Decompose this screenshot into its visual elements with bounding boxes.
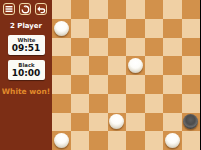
board-square[interactable] bbox=[182, 94, 201, 113]
black-clock-time: 10:00 bbox=[8, 68, 45, 78]
board-square[interactable] bbox=[182, 56, 201, 75]
white-piece[interactable] bbox=[54, 21, 69, 36]
white-clock: White 09:51 bbox=[8, 35, 45, 55]
menu-button[interactable] bbox=[3, 3, 15, 15]
board-square[interactable] bbox=[126, 131, 145, 150]
board-square[interactable] bbox=[126, 56, 145, 75]
board-square[interactable] bbox=[126, 38, 145, 57]
board-square[interactable] bbox=[163, 94, 182, 113]
board-square[interactable] bbox=[71, 38, 90, 57]
board-square[interactable] bbox=[145, 131, 164, 150]
board-square[interactable] bbox=[108, 56, 127, 75]
board-square[interactable] bbox=[145, 19, 164, 38]
white-piece[interactable] bbox=[54, 133, 69, 148]
board-square[interactable] bbox=[182, 113, 201, 132]
board-square[interactable] bbox=[182, 38, 201, 57]
board-square[interactable] bbox=[126, 94, 145, 113]
board-square[interactable] bbox=[89, 131, 108, 150]
board-square[interactable] bbox=[71, 113, 90, 132]
board-square[interactable] bbox=[108, 0, 127, 19]
board-square[interactable] bbox=[163, 19, 182, 38]
board-square[interactable] bbox=[145, 0, 164, 19]
board-square[interactable] bbox=[182, 75, 201, 94]
board-square[interactable] bbox=[182, 0, 201, 19]
black-clock: Black 10:00 bbox=[8, 60, 45, 80]
undo-icon bbox=[37, 5, 46, 14]
board-square[interactable] bbox=[71, 75, 90, 94]
board-square[interactable] bbox=[182, 131, 201, 150]
board-square[interactable] bbox=[145, 75, 164, 94]
board-square[interactable] bbox=[52, 131, 71, 150]
board-square[interactable] bbox=[108, 19, 127, 38]
board-square[interactable] bbox=[71, 0, 90, 19]
white-clock-label: White bbox=[9, 36, 42, 42]
board-square[interactable] bbox=[108, 94, 127, 113]
board-square[interactable] bbox=[163, 75, 182, 94]
menu-icon bbox=[5, 5, 13, 13]
board-square[interactable] bbox=[52, 38, 71, 57]
board-square[interactable] bbox=[52, 56, 71, 75]
board-square[interactable] bbox=[89, 0, 108, 19]
board-square[interactable] bbox=[52, 94, 71, 113]
board-square[interactable] bbox=[145, 38, 164, 57]
checkers-app: 2 Player White 09:51 Black 10:00 White w… bbox=[0, 0, 200, 150]
board-square[interactable] bbox=[71, 19, 90, 38]
undo-button[interactable] bbox=[35, 3, 47, 15]
white-clock-time: 09:51 bbox=[8, 43, 45, 53]
board-square[interactable] bbox=[163, 56, 182, 75]
board-square[interactable] bbox=[71, 56, 90, 75]
board-square[interactable] bbox=[163, 38, 182, 57]
board-square[interactable] bbox=[145, 113, 164, 132]
board-square[interactable] bbox=[89, 56, 108, 75]
black-clock-label: Black bbox=[9, 61, 42, 67]
board-square[interactable] bbox=[126, 75, 145, 94]
board-square[interactable] bbox=[52, 19, 71, 38]
board-square[interactable] bbox=[163, 113, 182, 132]
board-square[interactable] bbox=[145, 56, 164, 75]
restart-button[interactable] bbox=[19, 3, 31, 15]
board-square[interactable] bbox=[52, 0, 71, 19]
board-square[interactable] bbox=[52, 113, 71, 132]
board-square[interactable] bbox=[126, 0, 145, 19]
white-piece[interactable] bbox=[109, 114, 124, 129]
board-square[interactable] bbox=[71, 131, 90, 150]
board-square[interactable] bbox=[163, 0, 182, 19]
board-square[interactable] bbox=[108, 38, 127, 57]
board-square[interactable] bbox=[89, 113, 108, 132]
black-piece[interactable] bbox=[183, 114, 198, 129]
sidebar: 2 Player White 09:51 Black 10:00 White w… bbox=[0, 0, 52, 150]
game-result-text: White won! bbox=[2, 87, 50, 96]
checkers-board[interactable] bbox=[52, 0, 200, 150]
toolbar bbox=[3, 3, 47, 15]
board-square[interactable] bbox=[126, 113, 145, 132]
board-square[interactable] bbox=[182, 19, 201, 38]
board-square[interactable] bbox=[126, 19, 145, 38]
board-square[interactable] bbox=[108, 113, 127, 132]
board-square[interactable] bbox=[89, 75, 108, 94]
restart-icon bbox=[21, 5, 30, 14]
board-square[interactable] bbox=[108, 75, 127, 94]
board-square[interactable] bbox=[145, 94, 164, 113]
board-square[interactable] bbox=[52, 75, 71, 94]
board-square[interactable] bbox=[89, 94, 108, 113]
board-square[interactable] bbox=[89, 19, 108, 38]
white-piece[interactable] bbox=[128, 58, 143, 73]
board-square[interactable] bbox=[71, 94, 90, 113]
board-square[interactable] bbox=[163, 131, 182, 150]
white-piece[interactable] bbox=[165, 133, 180, 148]
game-mode-label: 2 Player bbox=[10, 22, 42, 30]
board-square[interactable] bbox=[108, 131, 127, 150]
board-square[interactable] bbox=[89, 38, 108, 57]
